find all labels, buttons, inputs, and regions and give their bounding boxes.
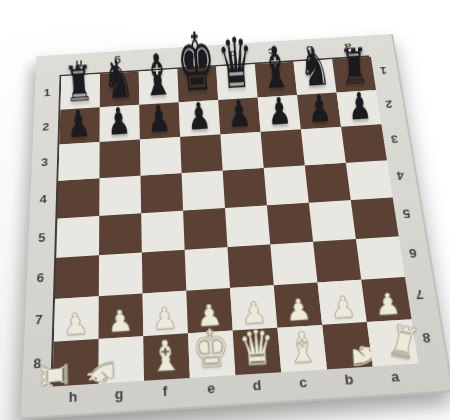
square-e3[interactable]	[180, 134, 223, 173]
square-d3[interactable]	[220, 132, 263, 171]
square-c2[interactable]: ♟	[258, 95, 301, 132]
square-g6[interactable]	[99, 252, 143, 296]
rank-label-1: 1	[369, 54, 398, 89]
black-pawn-a2[interactable]: ♟	[347, 87, 373, 126]
white-knight-g8[interactable]: ♞	[83, 355, 119, 390]
white-pawn-g7[interactable]: ♟	[106, 306, 134, 337]
square-e5[interactable]	[183, 208, 227, 250]
square-e8[interactable]: ♚	[188, 331, 236, 378]
square-f3[interactable]	[140, 137, 182, 176]
perspective-wrapper: hgfedcba 12345678 ♜♞♝♚♛♝♞♜♟♟♟♟♟♟♟♟♟♟♟♟♟♟…	[0, 0, 450, 420]
square-b2[interactable]: ♟	[297, 92, 341, 129]
square-f8[interactable]: ♝	[143, 333, 189, 381]
file-label-h: h	[60, 54, 99, 75]
white-queen-d8[interactable]: ♛	[237, 323, 276, 373]
square-b4[interactable]	[305, 163, 351, 203]
square-h6[interactable]	[55, 255, 99, 299]
square-h3[interactable]	[58, 142, 99, 181]
chess-photo: hgfedcba 12345678 ♜♞♝♚♛♝♞♜♟♟♟♟♟♟♟♟♟♟♟♟♟♟…	[0, 0, 450, 420]
rank-label-6: 6	[26, 256, 54, 299]
square-d5[interactable]	[225, 205, 270, 247]
chess-board[interactable]: ♜♞♝♚♛♝♞♜♟♟♟♟♟♟♟♟♟♟♟♟♟♟♟♟♜♞♝♚♛♝♞♜	[50, 55, 415, 384]
white-pawn-h7[interactable]: ♟	[62, 308, 90, 339]
square-g4[interactable]	[99, 176, 141, 216]
square-d6[interactable]	[227, 244, 273, 288]
file-label-e: e	[175, 47, 214, 68]
square-d4[interactable]	[223, 168, 267, 208]
square-f4[interactable]	[141, 173, 184, 213]
square-f2[interactable]: ♟	[139, 102, 180, 139]
square-c5[interactable]	[267, 203, 313, 245]
square-c6[interactable]	[270, 242, 317, 285]
square-g5[interactable]	[99, 213, 142, 255]
square-b5[interactable]	[309, 200, 356, 242]
square-g3[interactable]	[99, 140, 140, 179]
square-e6[interactable]	[185, 247, 230, 291]
square-a6[interactable]	[356, 236, 405, 279]
white-rook-a8[interactable]: ♜	[384, 318, 422, 366]
rank-label-7: 7	[24, 297, 53, 342]
white-pawn-f7[interactable]: ♟	[151, 303, 179, 334]
white-bishop-c8[interactable]: ♝	[285, 326, 320, 370]
rank-label-4: 4	[385, 157, 417, 196]
square-h4[interactable]	[57, 178, 99, 218]
black-pawn-g2[interactable]: ♟	[106, 102, 132, 141]
file-label-a: a	[328, 37, 369, 58]
square-h7[interactable]: ♟	[54, 296, 99, 342]
rank-label-1: 1	[34, 75, 59, 110]
square-a8[interactable]: ♜	[367, 319, 419, 366]
square-e4[interactable]	[182, 170, 225, 210]
black-pawn-e2[interactable]: ♟	[186, 97, 212, 136]
square-c8[interactable]: ♝	[277, 325, 327, 372]
file-label-c: c	[251, 42, 291, 63]
square-g2[interactable]: ♟	[100, 105, 140, 142]
file-label-f: f	[137, 49, 176, 70]
rank-label-4: 4	[29, 179, 56, 218]
square-c7[interactable]: ♟	[274, 282, 322, 327]
white-pawn-c7[interactable]: ♟	[285, 294, 313, 325]
square-a5[interactable]	[351, 197, 399, 239]
black-pawn-d2[interactable]: ♟	[226, 94, 252, 133]
square-c3[interactable]	[261, 129, 305, 167]
square-f6[interactable]	[142, 250, 186, 294]
square-g7[interactable]: ♟	[99, 293, 144, 339]
square-a7[interactable]: ♟	[361, 277, 411, 322]
rank-label-2: 2	[33, 108, 59, 144]
rank-label-3: 3	[31, 143, 57, 181]
square-d8[interactable]: ♛	[233, 328, 282, 375]
square-h5[interactable]	[56, 216, 99, 258]
white-pawn-b7[interactable]: ♟	[329, 291, 357, 322]
board-scene: hgfedcba 12345678 ♜♞♝♚♛♝♞♜♟♟♟♟♟♟♟♟♟♟♟♟♟♟…	[0, 0, 450, 420]
rank-label-3: 3	[379, 121, 410, 158]
square-h2[interactable]: ♟	[59, 107, 99, 144]
black-pawn-b2[interactable]: ♟	[307, 89, 333, 128]
white-bishop-f8[interactable]: ♝	[148, 334, 183, 378]
square-c4[interactable]	[264, 165, 309, 205]
white-king-e8[interactable]: ♚	[191, 323, 231, 376]
square-g8[interactable]: ♞	[98, 336, 144, 384]
square-b8[interactable]: ♞	[322, 322, 373, 369]
file-label-g: g	[98, 52, 137, 73]
rank-label-2: 2	[374, 87, 404, 123]
black-pawn-h2[interactable]: ♟	[66, 104, 92, 143]
square-f5[interactable]	[141, 211, 184, 253]
square-d2[interactable]: ♟	[218, 97, 260, 134]
square-e2[interactable]: ♟	[179, 100, 221, 137]
square-b3[interactable]	[301, 127, 346, 165]
black-pawn-c2[interactable]: ♟	[267, 92, 293, 131]
square-b6[interactable]	[313, 239, 361, 282]
square-b7[interactable]: ♟	[318, 280, 367, 325]
file-label-b: b	[290, 40, 331, 61]
file-label-d: d	[213, 44, 253, 65]
vinyl-chess-mat: hgfedcba 12345678 ♜♞♝♚♛♝♞♜♟♟♟♟♟♟♟♟♟♟♟♟♟♟…	[21, 34, 450, 420]
black-pawn-f2[interactable]: ♟	[146, 99, 172, 138]
square-f7[interactable]: ♟	[143, 291, 188, 336]
rank-label-5: 5	[28, 217, 56, 258]
